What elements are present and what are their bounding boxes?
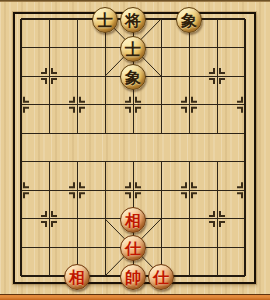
piece-character: 象: [181, 13, 197, 29]
piece-character: 士: [125, 41, 141, 57]
black-advisor-piece[interactable]: 士: [92, 7, 118, 33]
piece-character: 将: [125, 13, 141, 29]
piece-character: 帥: [125, 270, 141, 286]
piece-character: 相: [69, 270, 85, 286]
piece-character: 仕: [125, 241, 141, 257]
red-elephant-piece[interactable]: 相: [64, 264, 90, 290]
piece-character: 士: [97, 13, 113, 29]
red-advisor-piece[interactable]: 仕: [148, 264, 174, 290]
red-elephant-piece[interactable]: 相: [120, 207, 146, 233]
black-elephant-piece[interactable]: 象: [120, 64, 146, 90]
black-advisor-piece[interactable]: 士: [120, 36, 146, 62]
black-elephant-piece[interactable]: 象: [176, 7, 202, 33]
black-general-piece[interactable]: 将: [120, 7, 146, 33]
top-edge-strip: [0, 0, 270, 2]
bottom-edge-strip: [0, 294, 270, 300]
piece-character: 象: [125, 70, 141, 86]
piece-character: 相: [125, 212, 141, 228]
xiangqi-app: 士将象士象相仕相帥仕: [0, 0, 270, 300]
piece-character: 仕: [153, 270, 169, 286]
red-general-piece[interactable]: 帥: [120, 264, 146, 290]
